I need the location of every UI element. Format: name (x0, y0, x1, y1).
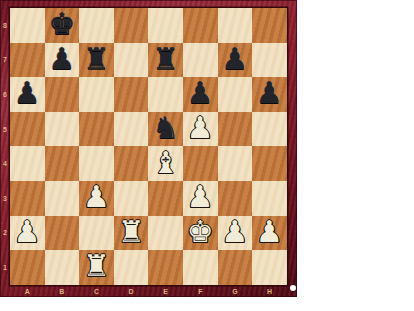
white-pawn-g2[interactable]: ♟ (221, 217, 248, 249)
black-rook-e7[interactable]: ♜ (152, 44, 179, 76)
square-b7[interactable]: ♟ (45, 43, 80, 78)
file-label-d: D (114, 285, 149, 297)
white-bishop-e4[interactable]: ♝ (152, 148, 179, 180)
square-d2[interactable]: ♜ (114, 216, 149, 251)
white-rook-c1[interactable]: ♜ (83, 251, 110, 283)
square-f1[interactable] (183, 250, 218, 285)
file-label-a: A (10, 285, 45, 297)
square-f3[interactable]: ♟ (183, 181, 218, 216)
square-e6[interactable] (148, 77, 183, 112)
square-a7[interactable] (10, 43, 45, 78)
square-d8[interactable] (114, 8, 149, 43)
rank-label-1: 1 (0, 250, 10, 285)
board-grid: ♚♟♜♜♟♟♟♟♞♟♝♟♟♟♜♚♟♟♜ (10, 8, 287, 285)
square-d3[interactable] (114, 181, 149, 216)
square-c4[interactable] (79, 146, 114, 181)
square-a4[interactable] (10, 146, 45, 181)
square-e2[interactable] (148, 216, 183, 251)
file-label-b: B (45, 285, 80, 297)
square-e7[interactable]: ♜ (148, 43, 183, 78)
square-g7[interactable]: ♟ (218, 43, 253, 78)
square-b8[interactable]: ♚ (45, 8, 80, 43)
rank-label-6: 6 (0, 77, 10, 112)
square-a8[interactable] (10, 8, 45, 43)
square-c5[interactable] (79, 112, 114, 147)
square-f6[interactable]: ♟ (183, 77, 218, 112)
square-h8[interactable] (252, 8, 287, 43)
square-g6[interactable] (218, 77, 253, 112)
rank-label-5: 5 (0, 112, 10, 147)
square-f4[interactable] (183, 146, 218, 181)
square-a5[interactable] (10, 112, 45, 147)
square-e4[interactable]: ♝ (148, 146, 183, 181)
white-to-move-indicator (290, 285, 296, 291)
square-a2[interactable]: ♟ (10, 216, 45, 251)
square-e3[interactable] (148, 181, 183, 216)
square-d6[interactable] (114, 77, 149, 112)
square-g5[interactable] (218, 112, 253, 147)
square-h6[interactable]: ♟ (252, 77, 287, 112)
square-b4[interactable] (45, 146, 80, 181)
square-c7[interactable]: ♜ (79, 43, 114, 78)
square-c2[interactable] (79, 216, 114, 251)
black-pawn-g7[interactable]: ♟ (221, 44, 248, 76)
white-pawn-f3[interactable]: ♟ (187, 182, 214, 214)
square-g1[interactable] (218, 250, 253, 285)
file-label-e: E (148, 285, 183, 297)
white-pawn-a2[interactable]: ♟ (14, 217, 41, 249)
rank-label-4: 4 (0, 146, 10, 181)
square-g4[interactable] (218, 146, 253, 181)
square-e8[interactable] (148, 8, 183, 43)
square-f8[interactable] (183, 8, 218, 43)
square-d1[interactable] (114, 250, 149, 285)
square-d4[interactable] (114, 146, 149, 181)
square-h5[interactable] (252, 112, 287, 147)
square-h1[interactable] (252, 250, 287, 285)
square-d5[interactable] (114, 112, 149, 147)
black-knight-e5[interactable]: ♞ (152, 113, 179, 145)
chess-board-frame: ♚♟♜♜♟♟♟♟♞♟♝♟♟♟♜♚♟♟♜ 87654321 ABCDEFGH (0, 0, 297, 297)
square-e1[interactable] (148, 250, 183, 285)
file-label-h: H (252, 285, 287, 297)
square-b2[interactable] (45, 216, 80, 251)
file-label-g: G (218, 285, 253, 297)
black-rook-c7[interactable]: ♜ (83, 44, 110, 76)
square-a1[interactable] (10, 250, 45, 285)
square-c8[interactable] (79, 8, 114, 43)
black-pawn-b7[interactable]: ♟ (48, 44, 75, 76)
square-c1[interactable]: ♜ (79, 250, 114, 285)
square-h2[interactable]: ♟ (252, 216, 287, 251)
black-pawn-f6[interactable]: ♟ (187, 78, 214, 110)
square-a6[interactable]: ♟ (10, 77, 45, 112)
rank-label-7: 7 (0, 43, 10, 78)
white-pawn-f5[interactable]: ♟ (187, 113, 214, 145)
rank-labels: 87654321 (0, 8, 10, 285)
square-f2[interactable]: ♚ (183, 216, 218, 251)
square-d7[interactable] (114, 43, 149, 78)
square-g2[interactable]: ♟ (218, 216, 253, 251)
black-king-b8[interactable]: ♚ (48, 9, 75, 41)
square-b3[interactable] (45, 181, 80, 216)
file-labels: ABCDEFGH (10, 285, 287, 297)
white-king-f2[interactable]: ♚ (187, 217, 214, 249)
white-rook-d2[interactable]: ♜ (118, 217, 145, 249)
square-f7[interactable] (183, 43, 218, 78)
square-c3[interactable]: ♟ (79, 181, 114, 216)
rank-label-2: 2 (0, 216, 10, 251)
square-c6[interactable] (79, 77, 114, 112)
square-h3[interactable] (252, 181, 287, 216)
black-pawn-a6[interactable]: ♟ (14, 78, 41, 110)
rank-label-3: 3 (0, 181, 10, 216)
square-b1[interactable] (45, 250, 80, 285)
white-pawn-c3[interactable]: ♟ (83, 182, 110, 214)
square-a3[interactable] (10, 181, 45, 216)
file-label-c: C (79, 285, 114, 297)
square-b5[interactable] (45, 112, 80, 147)
page: ♚♟♜♜♟♟♟♟♞♟♝♟♟♟♜♚♟♟♜ 87654321 ABCDEFGH (0, 0, 414, 311)
white-pawn-h2[interactable]: ♟ (256, 217, 283, 249)
square-g8[interactable] (218, 8, 253, 43)
square-g3[interactable] (218, 181, 253, 216)
square-h7[interactable] (252, 43, 287, 78)
file-label-f: F (183, 285, 218, 297)
black-pawn-h6[interactable]: ♟ (256, 78, 283, 110)
square-b6[interactable] (45, 77, 80, 112)
square-f5[interactable]: ♟ (183, 112, 218, 147)
square-h4[interactable] (252, 146, 287, 181)
square-e5[interactable]: ♞ (148, 112, 183, 147)
rank-label-8: 8 (0, 8, 10, 43)
